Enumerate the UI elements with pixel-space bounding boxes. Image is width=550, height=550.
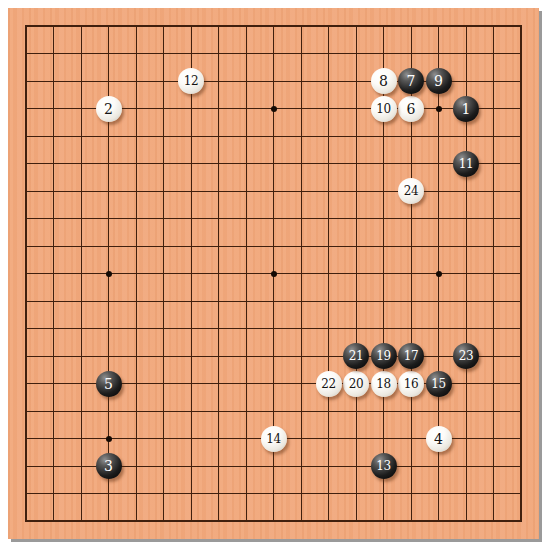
stone-white-18: 18 — [371, 371, 397, 397]
move-number: 1 — [462, 101, 471, 115]
move-number: 13 — [376, 460, 390, 472]
stone-white-10: 10 — [371, 96, 397, 122]
move-number: 17 — [404, 350, 418, 362]
stone-black-13: 13 — [371, 453, 397, 479]
stone-black-9: 9 — [426, 68, 452, 94]
move-number: 3 — [104, 459, 113, 473]
move-number: 22 — [321, 377, 335, 389]
stone-white-14: 14 — [261, 426, 287, 452]
go-board[interactable]: 123456789101112131415161718192021222324 — [8, 8, 539, 539]
stone-black-1: 1 — [453, 96, 479, 122]
grid-line-horizontal — [25, 411, 522, 412]
stone-white-16: 16 — [398, 371, 424, 397]
stone-white-20: 20 — [343, 371, 369, 397]
move-number: 8 — [379, 74, 388, 88]
move-number: 15 — [431, 377, 445, 389]
grid-line-horizontal — [25, 493, 522, 494]
move-number: 6 — [407, 101, 416, 115]
stone-black-19: 19 — [371, 343, 397, 369]
move-number: 20 — [349, 377, 363, 389]
star-point — [271, 106, 277, 112]
star-point — [436, 271, 442, 277]
move-number: 10 — [376, 102, 390, 114]
stone-white-12: 12 — [178, 68, 204, 94]
stone-black-3: 3 — [96, 453, 122, 479]
stone-black-7: 7 — [398, 68, 424, 94]
grid-line-horizontal — [25, 328, 522, 329]
move-number: 7 — [407, 74, 416, 88]
stone-white-8: 8 — [371, 68, 397, 94]
move-number: 16 — [404, 377, 418, 389]
grid-line-vertical — [301, 25, 302, 522]
page: 123456789101112131415161718192021222324 — [0, 0, 550, 550]
move-number: 24 — [404, 185, 418, 197]
move-number: 18 — [376, 377, 390, 389]
star-point — [106, 436, 112, 442]
star-point — [106, 271, 112, 277]
star-point — [271, 271, 277, 277]
stone-white-2: 2 — [96, 96, 122, 122]
move-number: 4 — [434, 431, 443, 445]
move-number: 9 — [434, 74, 443, 88]
move-number: 2 — [104, 101, 113, 115]
move-number: 11 — [459, 157, 473, 169]
stone-black-17: 17 — [398, 343, 424, 369]
grid-line-vertical — [493, 25, 494, 522]
stone-black-5: 5 — [96, 371, 122, 397]
stone-black-21: 21 — [343, 343, 369, 369]
move-number: 14 — [266, 432, 280, 444]
stone-black-23: 23 — [453, 343, 479, 369]
stone-white-22: 22 — [316, 371, 342, 397]
move-number: 5 — [104, 376, 113, 390]
stone-white-6: 6 — [398, 96, 424, 122]
grid-line-horizontal — [25, 520, 522, 522]
grid-line-vertical — [328, 25, 329, 522]
stone-white-4: 4 — [426, 426, 452, 452]
board-grid: 123456789101112131415161718192021222324 — [26, 26, 521, 521]
stone-white-24: 24 — [398, 178, 424, 204]
grid-line-horizontal — [25, 301, 522, 302]
move-number: 21 — [349, 350, 363, 362]
stone-black-15: 15 — [426, 371, 452, 397]
stone-black-11: 11 — [453, 151, 479, 177]
grid-line-horizontal — [25, 356, 522, 357]
move-number: 23 — [459, 350, 473, 362]
grid-line-vertical — [356, 25, 357, 522]
grid-line-vertical — [520, 25, 522, 522]
move-number: 19 — [376, 350, 390, 362]
move-number: 12 — [184, 75, 198, 87]
star-point — [436, 106, 442, 112]
